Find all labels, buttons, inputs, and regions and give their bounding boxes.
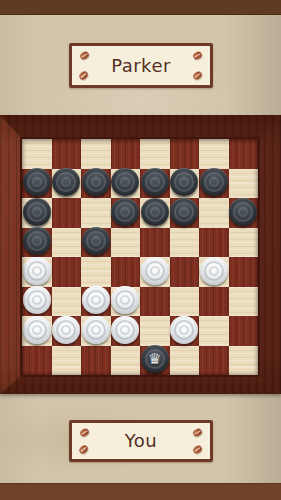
black-piece[interactable] bbox=[23, 227, 51, 255]
bottom-bar bbox=[0, 483, 281, 500]
board-square[interactable] bbox=[111, 139, 141, 169]
board-square[interactable] bbox=[52, 228, 82, 258]
board-square[interactable] bbox=[81, 198, 111, 228]
black-piece[interactable] bbox=[52, 168, 80, 196]
board-square[interactable] bbox=[81, 169, 111, 199]
board-square[interactable] bbox=[170, 287, 200, 317]
board-square[interactable] bbox=[170, 346, 200, 376]
board-square[interactable] bbox=[140, 257, 170, 287]
screw-icon bbox=[192, 50, 203, 60]
board-square[interactable] bbox=[22, 169, 52, 199]
screw-icon bbox=[78, 444, 89, 455]
board-square[interactable] bbox=[229, 287, 259, 317]
black-piece[interactable] bbox=[23, 168, 51, 196]
screw-icon bbox=[192, 444, 203, 455]
player-name: You bbox=[125, 432, 158, 450]
board-square[interactable] bbox=[170, 198, 200, 228]
board-square[interactable] bbox=[170, 169, 200, 199]
board-square[interactable] bbox=[22, 198, 52, 228]
board-square[interactable]: ♛ bbox=[140, 346, 170, 376]
board-square[interactable] bbox=[111, 316, 141, 346]
board-square[interactable] bbox=[199, 228, 229, 258]
black-piece[interactable] bbox=[111, 168, 139, 196]
screw-icon bbox=[192, 70, 203, 81]
board-square[interactable] bbox=[22, 346, 52, 376]
board-square[interactable] bbox=[52, 198, 82, 228]
board-square[interactable] bbox=[140, 169, 170, 199]
board-square[interactable] bbox=[199, 139, 229, 169]
king-crown-icon: ♛ bbox=[141, 345, 169, 373]
board-square[interactable] bbox=[22, 257, 52, 287]
board-square[interactable] bbox=[22, 316, 52, 346]
board-square[interactable] bbox=[229, 257, 259, 287]
board-square[interactable] bbox=[111, 228, 141, 258]
board-square[interactable] bbox=[52, 139, 82, 169]
board-square[interactable] bbox=[229, 346, 259, 376]
board-square[interactable] bbox=[81, 316, 111, 346]
board-square[interactable] bbox=[170, 316, 200, 346]
board-square[interactable] bbox=[52, 257, 82, 287]
board-square[interactable] bbox=[52, 287, 82, 317]
screw-icon bbox=[78, 70, 89, 81]
board-square[interactable] bbox=[229, 169, 259, 199]
white-piece[interactable] bbox=[52, 316, 80, 344]
board-square[interactable] bbox=[199, 316, 229, 346]
white-piece[interactable] bbox=[111, 316, 139, 344]
black-piece[interactable] bbox=[200, 168, 228, 196]
board-square[interactable] bbox=[140, 198, 170, 228]
board-square[interactable] bbox=[199, 198, 229, 228]
white-piece[interactable] bbox=[111, 286, 139, 314]
opponent-nameplate: Parker bbox=[69, 43, 213, 88]
status-bar bbox=[0, 0, 281, 15]
black-piece[interactable] bbox=[111, 198, 139, 226]
white-piece[interactable] bbox=[141, 257, 169, 285]
black-piece[interactable] bbox=[82, 168, 110, 196]
black-piece[interactable] bbox=[82, 227, 110, 255]
black-piece[interactable] bbox=[229, 198, 257, 226]
board-square[interactable] bbox=[199, 346, 229, 376]
white-piece[interactable] bbox=[23, 257, 51, 285]
black-piece[interactable] bbox=[141, 198, 169, 226]
board-square[interactable] bbox=[81, 346, 111, 376]
black-piece[interactable] bbox=[23, 198, 51, 226]
player-nameplate: You bbox=[69, 420, 213, 462]
board-square[interactable] bbox=[140, 228, 170, 258]
board-square[interactable] bbox=[22, 228, 52, 258]
board-square[interactable] bbox=[22, 287, 52, 317]
board-square[interactable] bbox=[111, 198, 141, 228]
board-square[interactable] bbox=[199, 287, 229, 317]
board-square[interactable] bbox=[140, 139, 170, 169]
black-piece[interactable] bbox=[141, 168, 169, 196]
white-piece[interactable] bbox=[82, 286, 110, 314]
board-square[interactable] bbox=[111, 287, 141, 317]
screw-icon bbox=[79, 50, 90, 61]
opponent-name: Parker bbox=[111, 57, 171, 75]
board-square[interactable] bbox=[111, 346, 141, 376]
board-square[interactable] bbox=[140, 316, 170, 346]
board-square[interactable] bbox=[52, 169, 82, 199]
board-square[interactable] bbox=[111, 169, 141, 199]
board-square[interactable] bbox=[229, 139, 259, 169]
white-piece[interactable] bbox=[200, 257, 228, 285]
board-square[interactable] bbox=[81, 257, 111, 287]
board-square[interactable] bbox=[81, 139, 111, 169]
board-square[interactable] bbox=[199, 169, 229, 199]
board-square[interactable] bbox=[199, 257, 229, 287]
board-square[interactable] bbox=[229, 228, 259, 258]
white-piece[interactable] bbox=[23, 286, 51, 314]
white-piece[interactable] bbox=[23, 316, 51, 344]
black-piece[interactable] bbox=[170, 198, 198, 226]
white-piece[interactable] bbox=[170, 316, 198, 344]
board-square[interactable] bbox=[81, 228, 111, 258]
board-square[interactable] bbox=[170, 228, 200, 258]
board-square[interactable] bbox=[229, 316, 259, 346]
screw-icon bbox=[79, 427, 90, 438]
board-square[interactable] bbox=[22, 139, 52, 169]
board-square[interactable] bbox=[140, 287, 170, 317]
board-square[interactable] bbox=[229, 198, 259, 228]
white-piece[interactable] bbox=[82, 316, 110, 344]
black-piece[interactable] bbox=[170, 168, 198, 196]
board-square[interactable] bbox=[170, 139, 200, 169]
black-king-piece[interactable]: ♛ bbox=[141, 345, 169, 373]
screw-icon bbox=[192, 427, 203, 437]
board-square[interactable] bbox=[111, 257, 141, 287]
board-square[interactable] bbox=[52, 346, 82, 376]
board-square[interactable] bbox=[170, 257, 200, 287]
checkers-board[interactable]: ♛ bbox=[22, 139, 258, 375]
board-frame: ♛ bbox=[0, 115, 281, 394]
board-square[interactable] bbox=[81, 287, 111, 317]
board-square[interactable] bbox=[52, 316, 82, 346]
